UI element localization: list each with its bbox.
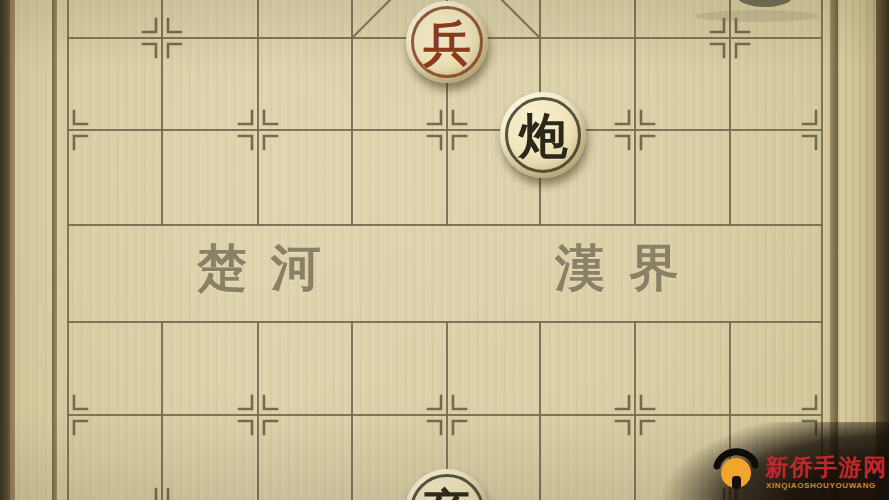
piece-black-cannon[interactable]: 炮: [500, 92, 586, 178]
xiangqi-board: 楚河 漢界 兵 炮 卒 新侨手游网 XINQIAOSHOUYOUWANG: [0, 0, 889, 500]
piece-glyph: 卒: [423, 488, 472, 500]
watermark: 新侨手游网 XINQIAOSHOUYOUWANG: [649, 422, 889, 500]
piece-red-soldier[interactable]: 兵: [406, 1, 488, 83]
watermark-site-name: 新侨手游网: [765, 452, 888, 483]
piece-glyph: 兵: [423, 19, 471, 67]
river-label-han-jie: 漢界: [555, 243, 703, 293]
river-label-chu-he: 楚河: [197, 243, 345, 293]
piece-glyph: 炮: [519, 112, 568, 161]
watermark-site-name-latin: XINQIAOSHOUYOUWANG: [766, 481, 876, 490]
house-icon: [713, 442, 759, 494]
